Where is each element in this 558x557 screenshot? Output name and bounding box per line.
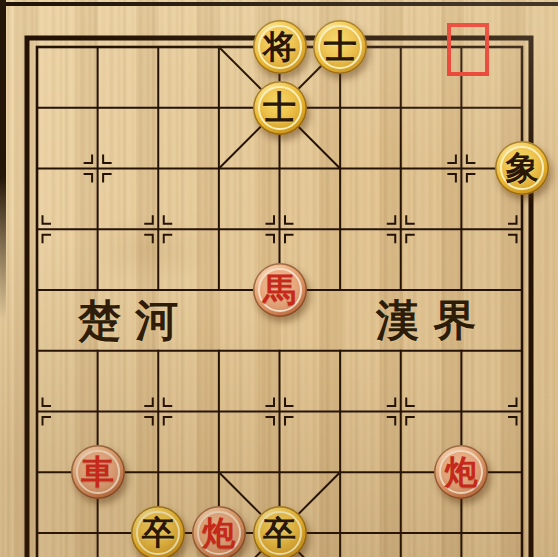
piece-character: 卒 [263,506,296,557]
board-cell: 卒 [128,503,189,557]
piece-character: 将 [263,20,296,74]
piece-character: 卒 [142,506,175,557]
piece-character: 炮 [445,445,478,499]
piece-black-advisor-2[interactable]: 士 [253,81,307,135]
piece-black-general[interactable]: 将 [253,20,307,74]
board-cell [431,17,492,78]
piece-black-advisor-1[interactable]: 士 [313,20,367,74]
board-cell: 炮 [431,442,492,503]
piece-red-chariot[interactable]: 車 [71,445,125,499]
piece-character: 士 [324,20,357,74]
board-cell: 卒 [249,503,310,557]
board-cell: 士 [249,77,310,138]
board-cell: 士 [310,17,371,78]
piece-black-elephant[interactable]: 象 [495,141,549,195]
board-cell: 車 [67,442,128,503]
piece-red-horse[interactable]: 馬 [253,263,307,317]
piece-character: 象 [506,141,539,195]
piece-black-soldier-1[interactable]: 卒 [131,506,185,557]
piece-character: 炮 [202,506,235,557]
piece-character: 馬 [263,263,296,317]
board-cell: 炮 [189,503,250,557]
board-cell: 将 [249,17,310,78]
piece-character: 車 [81,445,114,499]
selected-square-highlight [447,23,489,76]
board-surface[interactable]: 将士士象馬車炮卒炮卒 [7,17,553,557]
piece-red-cannon-1[interactable]: 炮 [434,445,488,499]
piece-character: 士 [263,81,296,135]
board-cell: 象 [492,138,553,199]
piece-black-soldier-2[interactable]: 卒 [253,506,307,557]
board-cell: 馬 [249,260,310,321]
piece-red-cannon-2[interactable]: 炮 [192,506,246,557]
xiangqi-game-screen: 楚河 漢界 将士士象馬車炮卒炮卒 [0,0,558,557]
